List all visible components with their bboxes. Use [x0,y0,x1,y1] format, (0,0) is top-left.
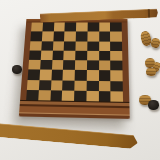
board-square[interactable] [39,70,51,80]
board-square[interactable] [74,90,86,101]
board-square[interactable] [76,23,88,32]
board-square[interactable] [75,70,87,80]
board-square[interactable] [38,90,50,101]
board-square[interactable] [40,60,52,70]
board-square[interactable] [40,50,52,60]
board-square[interactable] [110,22,122,31]
board-square[interactable] [53,23,65,32]
board-square[interactable] [99,22,110,31]
checker-piece-dark[interactable] [148,100,159,110]
board-square[interactable] [110,71,122,81]
board-square[interactable] [50,80,62,90]
board-square[interactable] [110,32,122,41]
board-square[interactable] [31,23,43,32]
board-square[interactable] [64,50,76,60]
board-square[interactable] [87,41,99,51]
board-square[interactable] [29,50,41,60]
board-square[interactable] [28,60,40,70]
board-square[interactable] [52,41,64,51]
photo-scene [0,0,160,160]
board-square[interactable] [111,81,123,92]
board-square[interactable] [63,70,75,80]
board-square[interactable] [51,70,63,80]
board-square[interactable] [99,32,111,41]
board-square[interactable] [62,80,74,90]
board-square[interactable] [86,80,98,90]
board-square[interactable] [99,51,111,61]
board-square[interactable] [98,81,110,92]
board-square[interactable] [99,60,111,70]
board-square[interactable] [50,90,62,101]
board-square[interactable] [110,61,122,71]
board-square[interactable] [74,80,86,90]
board-square[interactable] [28,70,40,80]
board-square[interactable] [75,60,87,70]
board-square[interactable] [65,23,77,32]
board-square[interactable] [87,70,99,80]
board-square[interactable] [87,51,99,61]
board-square[interactable] [75,51,87,61]
board-square[interactable] [64,32,76,41]
board-square[interactable] [87,60,99,70]
board-square[interactable] [99,70,111,80]
game-box [19,19,130,119]
board-square[interactable] [41,41,53,51]
board-square[interactable] [62,90,74,101]
board-square[interactable] [30,32,42,41]
board-square[interactable] [26,90,39,101]
board-square[interactable] [98,91,110,102]
checker-piece-light[interactable] [146,68,157,77]
board-square[interactable] [52,50,64,60]
board-square[interactable] [27,80,39,90]
board-square[interactable] [111,91,123,102]
checker-piece-dark[interactable] [12,65,22,74]
board-square[interactable] [75,41,87,51]
board-square[interactable] [42,23,54,32]
board-square[interactable] [42,32,54,41]
board-square[interactable] [87,22,98,31]
board-square[interactable] [76,32,88,41]
board-square[interactable] [110,51,122,61]
board-square[interactable] [87,32,99,41]
board-square[interactable] [63,60,75,70]
board-square[interactable] [99,41,111,51]
checker-piece-light[interactable] [150,37,160,48]
board-square[interactable] [86,91,98,102]
checkers-board [26,22,123,101]
box-front-rail [19,100,130,119]
board-square[interactable] [30,41,42,50]
board-square[interactable] [51,60,63,70]
board-square[interactable] [64,41,76,51]
board-square[interactable] [39,80,51,90]
box-sliding-lid-removed [0,123,138,150]
board-square[interactable] [53,32,65,41]
board-square[interactable] [110,41,122,51]
